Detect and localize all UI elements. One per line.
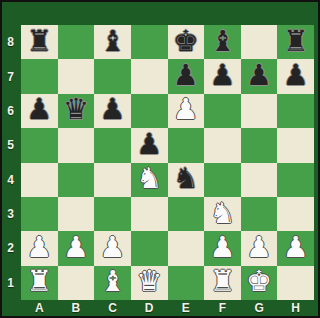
square-f4[interactable] <box>204 163 241 197</box>
piece-white-bishop: ♝ <box>100 267 126 296</box>
piece-black-pawn: ♟ <box>209 61 235 90</box>
file-label-c: C <box>94 300 131 316</box>
piece-white-knight: ♞ <box>209 199 235 228</box>
square-a5[interactable] <box>21 128 58 162</box>
square-h8[interactable]: ♜ <box>277 25 314 59</box>
rank-label-2: 2 <box>0 231 21 265</box>
square-d6[interactable] <box>131 94 168 128</box>
square-f2[interactable]: ♟ <box>204 231 241 265</box>
square-c7[interactable] <box>94 59 131 93</box>
square-g7[interactable]: ♟ <box>241 59 278 93</box>
square-b5[interactable] <box>58 128 95 162</box>
square-c3[interactable] <box>94 197 131 231</box>
square-d4[interactable]: ♞ <box>131 163 168 197</box>
piece-white-pawn: ♟ <box>100 233 126 262</box>
piece-black-queen: ♛ <box>63 95 89 124</box>
square-c4[interactable] <box>94 163 131 197</box>
square-g8[interactable] <box>241 25 278 59</box>
square-b8[interactable] <box>58 25 95 59</box>
piece-black-pawn: ♟ <box>246 61 272 90</box>
square-d8[interactable] <box>131 25 168 59</box>
square-c1[interactable]: ♝ <box>94 266 131 300</box>
square-h5[interactable] <box>277 128 314 162</box>
square-b4[interactable] <box>58 163 95 197</box>
square-c8[interactable]: ♝ <box>94 25 131 59</box>
chess-board: ♜♝♚♝♜♟♟♟♟♟♛♟♟♟♞♞♞♟♟♟♟♟♟♜♝♛♜♚ <box>21 25 314 300</box>
piece-black-bishop: ♝ <box>209 27 235 56</box>
piece-black-pawn: ♟ <box>26 95 52 124</box>
square-e5[interactable] <box>168 128 205 162</box>
square-d3[interactable] <box>131 197 168 231</box>
piece-white-rook: ♜ <box>26 267 52 296</box>
square-c2[interactable]: ♟ <box>94 231 131 265</box>
file-label-a: A <box>21 300 58 316</box>
square-g3[interactable] <box>241 197 278 231</box>
square-g2[interactable]: ♟ <box>241 231 278 265</box>
piece-white-pawn: ♟ <box>246 233 272 262</box>
piece-black-rook: ♜ <box>283 27 309 56</box>
file-label-b: B <box>58 300 95 316</box>
square-f6[interactable] <box>204 94 241 128</box>
square-h6[interactable] <box>277 94 314 128</box>
square-f1[interactable]: ♜ <box>204 266 241 300</box>
square-e6[interactable]: ♟ <box>168 94 205 128</box>
square-f8[interactable]: ♝ <box>204 25 241 59</box>
piece-black-bishop: ♝ <box>100 27 126 56</box>
square-e3[interactable] <box>168 197 205 231</box>
square-c6[interactable]: ♟ <box>94 94 131 128</box>
piece-white-knight: ♞ <box>136 164 162 193</box>
square-h3[interactable] <box>277 197 314 231</box>
piece-white-pawn: ♟ <box>209 233 235 262</box>
square-h2[interactable]: ♟ <box>277 231 314 265</box>
rank-label-1: 1 <box>0 266 21 300</box>
square-a8[interactable]: ♜ <box>21 25 58 59</box>
square-a3[interactable] <box>21 197 58 231</box>
square-d2[interactable] <box>131 231 168 265</box>
square-a6[interactable]: ♟ <box>21 94 58 128</box>
square-a2[interactable]: ♟ <box>21 231 58 265</box>
square-d1[interactable]: ♛ <box>131 266 168 300</box>
piece-black-king: ♚ <box>173 27 199 56</box>
square-a1[interactable]: ♜ <box>21 266 58 300</box>
square-f5[interactable] <box>204 128 241 162</box>
rank-label-4: 4 <box>0 163 21 197</box>
rank-label-8: 8 <box>0 25 21 59</box>
rank-labels: 87654321 <box>0 25 21 300</box>
file-label-h: H <box>277 300 314 316</box>
square-g5[interactable] <box>241 128 278 162</box>
square-g1[interactable]: ♚ <box>241 266 278 300</box>
square-b7[interactable] <box>58 59 95 93</box>
square-a4[interactable] <box>21 163 58 197</box>
piece-black-knight: ♞ <box>173 164 199 193</box>
square-e8[interactable]: ♚ <box>168 25 205 59</box>
file-label-f: F <box>204 300 241 316</box>
piece-white-pawn: ♟ <box>26 233 52 262</box>
piece-white-pawn: ♟ <box>283 233 309 262</box>
chess-board-frame: 87654321 ♜♝♚♝♜♟♟♟♟♟♛♟♟♟♞♞♞♟♟♟♟♟♟♜♝♛♜♚ AB… <box>0 0 320 318</box>
square-d7[interactable] <box>131 59 168 93</box>
file-label-g: G <box>241 300 278 316</box>
rank-label-3: 3 <box>0 197 21 231</box>
square-h4[interactable] <box>277 163 314 197</box>
square-b6[interactable]: ♛ <box>58 94 95 128</box>
piece-black-rook: ♜ <box>26 27 52 56</box>
rank-label-6: 6 <box>0 94 21 128</box>
piece-black-pawn: ♟ <box>100 95 126 124</box>
square-h7[interactable]: ♟ <box>277 59 314 93</box>
square-h1[interactable] <box>277 266 314 300</box>
piece-white-pawn: ♟ <box>173 95 199 124</box>
square-d5[interactable]: ♟ <box>131 128 168 162</box>
square-b3[interactable] <box>58 197 95 231</box>
square-f3[interactable]: ♞ <box>204 197 241 231</box>
square-g4[interactable] <box>241 163 278 197</box>
piece-white-queen: ♛ <box>136 267 162 296</box>
square-f7[interactable]: ♟ <box>204 59 241 93</box>
square-e4[interactable]: ♞ <box>168 163 205 197</box>
square-b1[interactable] <box>58 266 95 300</box>
file-label-e: E <box>168 300 205 316</box>
piece-white-king: ♚ <box>246 267 272 296</box>
file-label-d: D <box>131 300 168 316</box>
rank-label-5: 5 <box>0 128 21 162</box>
file-labels: ABCDEFGH <box>21 300 314 316</box>
square-e1[interactable] <box>168 266 205 300</box>
square-e7[interactable]: ♟ <box>168 59 205 93</box>
piece-white-rook: ♜ <box>209 267 235 296</box>
square-a7[interactable] <box>21 59 58 93</box>
piece-black-pawn: ♟ <box>173 61 199 90</box>
rank-label-7: 7 <box>0 59 21 93</box>
piece-black-pawn: ♟ <box>136 130 162 159</box>
square-b2[interactable]: ♟ <box>58 231 95 265</box>
piece-white-pawn: ♟ <box>63 233 89 262</box>
square-e2[interactable] <box>168 231 205 265</box>
square-c5[interactable] <box>94 128 131 162</box>
square-g6[interactable] <box>241 94 278 128</box>
piece-black-pawn: ♟ <box>283 61 309 90</box>
